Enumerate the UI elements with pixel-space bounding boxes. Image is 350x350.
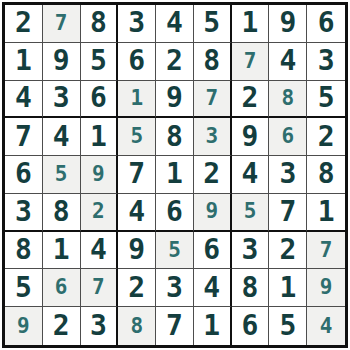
cell-r7c4[interactable]: 9 — [118, 232, 156, 270]
cell-r8c4[interactable]: 2 — [118, 269, 156, 307]
cell-r8c9[interactable]: 9 — [307, 269, 345, 307]
cell-r9c1[interactable]: 9 — [5, 307, 43, 345]
cell-r4c9[interactable]: 2 — [307, 118, 345, 156]
cell-r9c6[interactable]: 1 — [194, 307, 232, 345]
cell-r5c4[interactable]: 7 — [118, 156, 156, 194]
cell-r4c4[interactable]: 5 — [118, 118, 156, 156]
cell-r9c8[interactable]: 5 — [269, 307, 307, 345]
cell-r4c3[interactable]: 1 — [81, 118, 119, 156]
cell-r7c5[interactable]: 5 — [156, 232, 194, 270]
cell-r9c5[interactable]: 7 — [156, 307, 194, 345]
cell-r5c7[interactable]: 4 — [232, 156, 270, 194]
sudoku-grid: 2783451961956287434361972857415839626597… — [2, 2, 348, 348]
cell-r8c7[interactable]: 8 — [232, 269, 270, 307]
cell-r8c8[interactable]: 1 — [269, 269, 307, 307]
cell-r1c8[interactable]: 9 — [269, 5, 307, 43]
cell-r7c3[interactable]: 4 — [81, 232, 119, 270]
sudoku-board: 2783451961956287434361972857415839626597… — [0, 0, 350, 350]
cell-r5c6[interactable]: 2 — [194, 156, 232, 194]
cell-r2c3[interactable]: 5 — [81, 43, 119, 81]
cell-r5c1[interactable]: 6 — [5, 156, 43, 194]
cell-r6c7[interactable]: 5 — [232, 194, 270, 232]
cell-r6c3[interactable]: 2 — [81, 194, 119, 232]
cell-r8c2[interactable]: 6 — [43, 269, 81, 307]
cell-r2c1[interactable]: 1 — [5, 43, 43, 81]
cell-r2c6[interactable]: 8 — [194, 43, 232, 81]
cell-r1c9[interactable]: 6 — [307, 5, 345, 43]
cell-r3c1[interactable]: 4 — [5, 81, 43, 119]
cell-r3c6[interactable]: 7 — [194, 81, 232, 119]
cell-r8c1[interactable]: 5 — [5, 269, 43, 307]
cell-r2c8[interactable]: 4 — [269, 43, 307, 81]
cell-r7c1[interactable]: 8 — [5, 232, 43, 270]
cell-r6c8[interactable]: 7 — [269, 194, 307, 232]
cell-r4c1[interactable]: 7 — [5, 118, 43, 156]
cell-r1c7[interactable]: 1 — [232, 5, 270, 43]
cell-r5c2[interactable]: 5 — [43, 156, 81, 194]
cell-r8c6[interactable]: 4 — [194, 269, 232, 307]
cell-r4c5[interactable]: 8 — [156, 118, 194, 156]
cell-r3c2[interactable]: 3 — [43, 81, 81, 119]
cell-r2c2[interactable]: 9 — [43, 43, 81, 81]
cell-r2c9[interactable]: 3 — [307, 43, 345, 81]
cell-r2c7[interactable]: 7 — [232, 43, 270, 81]
cell-r5c3[interactable]: 9 — [81, 156, 119, 194]
cell-r2c4[interactable]: 6 — [118, 43, 156, 81]
cell-r3c8[interactable]: 8 — [269, 81, 307, 119]
cell-r5c8[interactable]: 3 — [269, 156, 307, 194]
cell-r1c6[interactable]: 5 — [194, 5, 232, 43]
cell-r4c7[interactable]: 9 — [232, 118, 270, 156]
cell-r6c6[interactable]: 9 — [194, 194, 232, 232]
cell-r7c9[interactable]: 7 — [307, 232, 345, 270]
cell-r8c3[interactable]: 7 — [81, 269, 119, 307]
cell-r9c7[interactable]: 6 — [232, 307, 270, 345]
cell-r1c5[interactable]: 4 — [156, 5, 194, 43]
cell-r9c2[interactable]: 2 — [43, 307, 81, 345]
cell-r6c9[interactable]: 1 — [307, 194, 345, 232]
cell-r1c4[interactable]: 3 — [118, 5, 156, 43]
cell-r7c6[interactable]: 6 — [194, 232, 232, 270]
cell-r3c7[interactable]: 2 — [232, 81, 270, 119]
cell-r4c8[interactable]: 6 — [269, 118, 307, 156]
cell-r4c6[interactable]: 3 — [194, 118, 232, 156]
cell-r3c5[interactable]: 9 — [156, 81, 194, 119]
cell-r6c4[interactable]: 4 — [118, 194, 156, 232]
cell-r9c4[interactable]: 8 — [118, 307, 156, 345]
cell-r6c2[interactable]: 8 — [43, 194, 81, 232]
cell-r3c4[interactable]: 1 — [118, 81, 156, 119]
cell-r3c9[interactable]: 5 — [307, 81, 345, 119]
cell-r7c2[interactable]: 1 — [43, 232, 81, 270]
cell-r5c9[interactable]: 8 — [307, 156, 345, 194]
cell-r1c1[interactable]: 2 — [5, 5, 43, 43]
cell-r9c9[interactable]: 4 — [307, 307, 345, 345]
cell-r8c5[interactable]: 3 — [156, 269, 194, 307]
cell-r4c2[interactable]: 4 — [43, 118, 81, 156]
cell-r6c5[interactable]: 6 — [156, 194, 194, 232]
cell-r1c2[interactable]: 7 — [43, 5, 81, 43]
cell-r5c5[interactable]: 1 — [156, 156, 194, 194]
cell-r6c1[interactable]: 3 — [5, 194, 43, 232]
cell-r2c5[interactable]: 2 — [156, 43, 194, 81]
cell-r3c3[interactable]: 6 — [81, 81, 119, 119]
cell-r7c8[interactable]: 2 — [269, 232, 307, 270]
cell-r7c7[interactable]: 3 — [232, 232, 270, 270]
cell-r1c3[interactable]: 8 — [81, 5, 119, 43]
cell-r9c3[interactable]: 3 — [81, 307, 119, 345]
